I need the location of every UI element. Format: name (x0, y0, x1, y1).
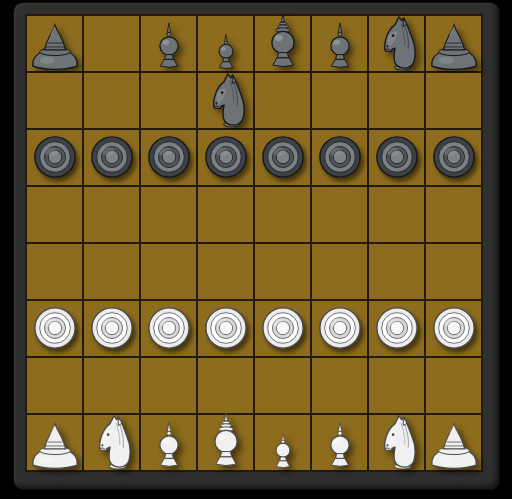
square-a4[interactable] (27, 244, 82, 299)
white-bia-pawn[interactable] (32, 305, 78, 351)
black-knight[interactable] (203, 71, 248, 127)
square-g7[interactable] (369, 73, 424, 128)
square-b4[interactable] (84, 244, 139, 299)
square-h7[interactable] (426, 73, 481, 128)
board-frame (13, 2, 500, 490)
square-f6[interactable] (312, 130, 367, 185)
square-b8[interactable] (84, 16, 139, 71)
square-f1[interactable] (312, 415, 367, 470)
square-g5[interactable] (369, 187, 424, 242)
square-h2[interactable] (426, 358, 481, 413)
square-d6[interactable] (198, 130, 253, 185)
square-f4[interactable] (312, 244, 367, 299)
square-g2[interactable] (369, 358, 424, 413)
square-e5[interactable] (255, 187, 310, 242)
square-f5[interactable] (312, 187, 367, 242)
square-b7[interactable] (84, 73, 139, 128)
black-bia-pawn[interactable] (89, 134, 135, 180)
square-c4[interactable] (141, 244, 196, 299)
square-h3[interactable] (426, 301, 481, 356)
square-h1[interactable] (426, 415, 481, 470)
square-h6[interactable] (426, 130, 481, 185)
white-knight[interactable] (89, 413, 134, 469)
white-met-queen[interactable] (270, 431, 295, 468)
white-bia-pawn[interactable] (374, 305, 420, 351)
makruk-board (25, 14, 483, 472)
square-e7[interactable] (255, 73, 310, 128)
square-e4[interactable] (255, 244, 310, 299)
square-c8[interactable] (141, 16, 196, 71)
square-d1[interactable] (198, 415, 253, 470)
black-khun-king[interactable] (263, 13, 302, 69)
black-bishop[interactable] (324, 21, 355, 69)
square-b2[interactable] (84, 358, 139, 413)
square-d5[interactable] (198, 187, 253, 242)
square-g3[interactable] (369, 301, 424, 356)
white-bia-pawn[interactable] (146, 305, 192, 351)
white-bia-pawn[interactable] (203, 305, 249, 351)
black-knight[interactable] (374, 14, 419, 70)
square-f2[interactable] (312, 358, 367, 413)
square-g4[interactable] (369, 244, 424, 299)
square-f7[interactable] (312, 73, 367, 128)
white-khun-king[interactable] (206, 412, 245, 468)
square-h5[interactable] (426, 187, 481, 242)
square-a7[interactable] (27, 73, 82, 128)
white-bia-pawn[interactable] (260, 305, 306, 351)
makruk-game-screen (0, 0, 512, 499)
square-b3[interactable] (84, 301, 139, 356)
square-a6[interactable] (27, 130, 82, 185)
square-c6[interactable] (141, 130, 196, 185)
square-b5[interactable] (84, 187, 139, 242)
black-rook[interactable] (28, 20, 82, 70)
square-a3[interactable] (27, 301, 82, 356)
black-rook[interactable] (427, 20, 481, 70)
square-d4[interactable] (198, 244, 253, 299)
square-c3[interactable] (141, 301, 196, 356)
square-d8[interactable] (198, 16, 253, 71)
square-b1[interactable] (84, 415, 139, 470)
square-a8[interactable] (27, 16, 82, 71)
white-bia-pawn[interactable] (431, 305, 477, 351)
square-a1[interactable] (27, 415, 82, 470)
square-d7[interactable] (198, 73, 253, 128)
white-bia-pawn[interactable] (317, 305, 363, 351)
white-rook[interactable] (427, 419, 481, 469)
square-c5[interactable] (141, 187, 196, 242)
square-e6[interactable] (255, 130, 310, 185)
square-f8[interactable] (312, 16, 367, 71)
square-b6[interactable] (84, 130, 139, 185)
square-h8[interactable] (426, 16, 481, 71)
black-bia-pawn[interactable] (374, 134, 420, 180)
white-knight[interactable] (374, 413, 419, 469)
black-met-queen[interactable] (213, 32, 238, 69)
black-bia-pawn[interactable] (317, 134, 363, 180)
square-c1[interactable] (141, 415, 196, 470)
white-bishop[interactable] (324, 420, 355, 468)
white-rook[interactable] (28, 419, 82, 469)
square-e3[interactable] (255, 301, 310, 356)
square-g1[interactable] (369, 415, 424, 470)
black-bia-pawn[interactable] (260, 134, 306, 180)
black-bishop[interactable] (153, 21, 184, 69)
square-h4[interactable] (426, 244, 481, 299)
black-bia-pawn[interactable] (431, 134, 477, 180)
square-g6[interactable] (369, 130, 424, 185)
white-bishop[interactable] (153, 420, 184, 468)
square-d3[interactable] (198, 301, 253, 356)
white-bia-pawn[interactable] (89, 305, 135, 351)
black-bia-pawn[interactable] (32, 134, 78, 180)
square-f3[interactable] (312, 301, 367, 356)
black-bia-pawn[interactable] (146, 134, 192, 180)
square-g8[interactable] (369, 16, 424, 71)
square-e2[interactable] (255, 358, 310, 413)
square-c2[interactable] (141, 358, 196, 413)
black-bia-pawn[interactable] (203, 134, 249, 180)
square-d2[interactable] (198, 358, 253, 413)
square-e8[interactable] (255, 16, 310, 71)
square-c7[interactable] (141, 73, 196, 128)
square-a2[interactable] (27, 358, 82, 413)
square-a5[interactable] (27, 187, 82, 242)
square-e1[interactable] (255, 415, 310, 470)
